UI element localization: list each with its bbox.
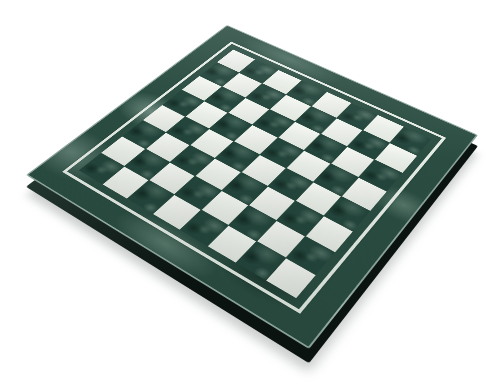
chess-board	[26, 25, 478, 349]
product-photo-scene	[0, 0, 500, 386]
